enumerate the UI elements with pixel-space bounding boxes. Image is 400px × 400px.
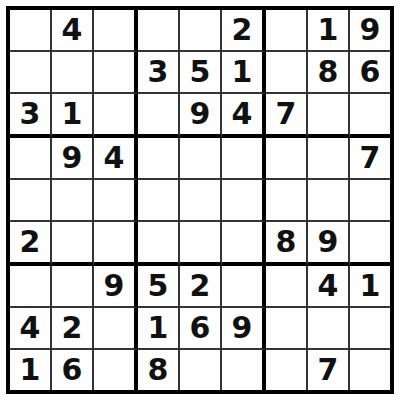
cell-r3c3-empty[interactable] xyxy=(94,94,138,138)
cell-r4c1-empty[interactable] xyxy=(10,138,52,180)
cell-r8c2-given: 2 xyxy=(52,308,94,350)
cell-r2c1-empty[interactable] xyxy=(10,52,52,94)
cell-r5c3-empty[interactable] xyxy=(94,180,138,222)
cell-r2c4-given: 3 xyxy=(138,52,180,94)
cell-r9c1-given: 1 xyxy=(10,350,52,390)
cell-r7c3-given: 9 xyxy=(94,266,138,308)
cell-r9c3-empty[interactable] xyxy=(94,350,138,390)
cell-r7c7-empty[interactable] xyxy=(266,266,308,308)
cell-r6c6-empty[interactable] xyxy=(222,222,266,266)
cell-r6c7-given: 8 xyxy=(266,222,308,266)
cell-r8c5-given: 6 xyxy=(180,308,222,350)
cell-r1c9-given: 9 xyxy=(350,10,390,52)
cell-r3c7-given: 7 xyxy=(266,94,308,138)
cell-r3c4-empty[interactable] xyxy=(138,94,180,138)
cell-r9c9-empty[interactable] xyxy=(350,350,390,390)
cell-r1c4-empty[interactable] xyxy=(138,10,180,52)
cell-r8c8-empty[interactable] xyxy=(308,308,350,350)
cell-r1c5-empty[interactable] xyxy=(180,10,222,52)
cell-r6c3-empty[interactable] xyxy=(94,222,138,266)
cell-r8c4-given: 1 xyxy=(138,308,180,350)
cell-r3c5-given: 9 xyxy=(180,94,222,138)
cell-r7c8-given: 4 xyxy=(308,266,350,308)
cell-r7c2-empty[interactable] xyxy=(52,266,94,308)
cell-r6c4-empty[interactable] xyxy=(138,222,180,266)
cell-r9c5-empty[interactable] xyxy=(180,350,222,390)
cell-r2c9-given: 6 xyxy=(350,52,390,94)
cell-r7c6-empty[interactable] xyxy=(222,266,266,308)
cell-r4c4-empty[interactable] xyxy=(138,138,180,180)
cell-r6c8-given: 9 xyxy=(308,222,350,266)
cell-r2c6-given: 1 xyxy=(222,52,266,94)
cell-r9c7-empty[interactable] xyxy=(266,350,308,390)
cell-r6c5-empty[interactable] xyxy=(180,222,222,266)
cell-r4c7-empty[interactable] xyxy=(266,138,308,180)
cell-r7c9-given: 1 xyxy=(350,266,390,308)
cell-r5c4-empty[interactable] xyxy=(138,180,180,222)
cell-r5c8-empty[interactable] xyxy=(308,180,350,222)
cell-r4c8-empty[interactable] xyxy=(308,138,350,180)
sudoku-board: 4219351863194794728995241421691687 xyxy=(6,6,394,394)
cell-r3c1-given: 3 xyxy=(10,94,52,138)
cell-r5c6-empty[interactable] xyxy=(222,180,266,222)
cell-r5c5-empty[interactable] xyxy=(180,180,222,222)
cell-r1c7-empty[interactable] xyxy=(266,10,308,52)
cell-r6c9-empty[interactable] xyxy=(350,222,390,266)
cell-r5c1-empty[interactable] xyxy=(10,180,52,222)
cell-r2c2-empty[interactable] xyxy=(52,52,94,94)
cell-r4c2-given: 9 xyxy=(52,138,94,180)
cell-r3c8-empty[interactable] xyxy=(308,94,350,138)
cell-r9c6-empty[interactable] xyxy=(222,350,266,390)
cell-r7c5-given: 2 xyxy=(180,266,222,308)
cell-r8c9-empty[interactable] xyxy=(350,308,390,350)
cell-r5c2-empty[interactable] xyxy=(52,180,94,222)
page: 4219351863194794728995241421691687 xyxy=(0,0,400,400)
cell-r8c3-empty[interactable] xyxy=(94,308,138,350)
cell-r1c6-given: 2 xyxy=(222,10,266,52)
cell-r6c2-empty[interactable] xyxy=(52,222,94,266)
cell-r2c7-empty[interactable] xyxy=(266,52,308,94)
cell-r1c8-given: 1 xyxy=(308,10,350,52)
cell-r8c6-given: 9 xyxy=(222,308,266,350)
cell-r2c5-given: 5 xyxy=(180,52,222,94)
cell-r2c8-given: 8 xyxy=(308,52,350,94)
cell-r4c9-given: 7 xyxy=(350,138,390,180)
cell-r1c1-empty[interactable] xyxy=(10,10,52,52)
cell-r9c2-given: 6 xyxy=(52,350,94,390)
cell-r4c3-given: 4 xyxy=(94,138,138,180)
cell-r2c3-empty[interactable] xyxy=(94,52,138,94)
cell-r1c2-given: 4 xyxy=(52,10,94,52)
cell-r3c9-empty[interactable] xyxy=(350,94,390,138)
cell-r3c6-given: 4 xyxy=(222,94,266,138)
cell-r6c1-given: 2 xyxy=(10,222,52,266)
cell-r5c9-empty[interactable] xyxy=(350,180,390,222)
cell-r7c1-empty[interactable] xyxy=(10,266,52,308)
cell-r9c4-given: 8 xyxy=(138,350,180,390)
cell-r8c7-empty[interactable] xyxy=(266,308,308,350)
cell-r4c6-empty[interactable] xyxy=(222,138,266,180)
cell-r9c8-given: 7 xyxy=(308,350,350,390)
cell-r1c3-empty[interactable] xyxy=(94,10,138,52)
cell-r4c5-empty[interactable] xyxy=(180,138,222,180)
cell-r7c4-given: 5 xyxy=(138,266,180,308)
cell-r5c7-empty[interactable] xyxy=(266,180,308,222)
cell-r8c1-given: 4 xyxy=(10,308,52,350)
cell-r3c2-given: 1 xyxy=(52,94,94,138)
